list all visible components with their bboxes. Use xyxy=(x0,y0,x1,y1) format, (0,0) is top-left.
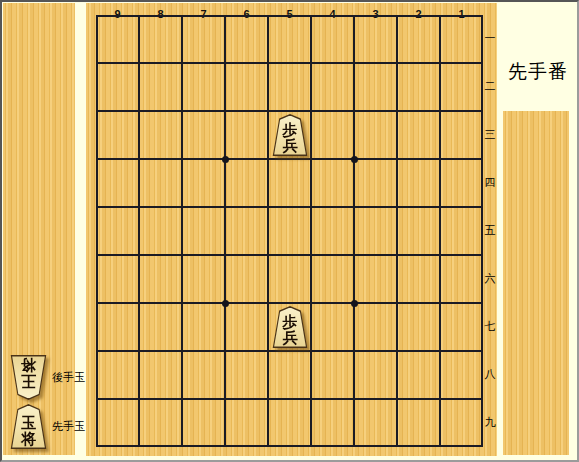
shogi-piece-pawn-53[interactable]: 歩兵 xyxy=(272,114,308,156)
rank-label: 三 xyxy=(483,111,497,159)
star-point xyxy=(222,156,229,163)
grid-line xyxy=(138,17,140,445)
grid-line xyxy=(310,17,312,445)
rank-label: 八 xyxy=(483,351,497,399)
shogi-diagram: 987654321 一二三四五六七八九 歩兵歩兵 先手番 王 将 後手玉 xyxy=(0,0,579,462)
star-point xyxy=(351,300,358,307)
piece-kanji-top: 歩 xyxy=(283,122,298,138)
star-point xyxy=(222,300,229,307)
star-point xyxy=(351,156,358,163)
rank-labels: 一二三四五六七八九 xyxy=(483,15,497,447)
rank-label: 五 xyxy=(483,207,497,255)
grid-line xyxy=(353,17,355,445)
piece-kanji-top: 歩 xyxy=(283,314,298,330)
piece-kanji-bottom: 兵 xyxy=(283,138,298,154)
piece-kanji-bottom: 将 xyxy=(21,357,36,373)
legend-label-gote-king: 後手玉 xyxy=(52,370,85,385)
grid-line xyxy=(98,62,481,64)
rank-label: 六 xyxy=(483,255,497,303)
piece-kanji-bottom: 兵 xyxy=(283,330,298,346)
legend-item-gote-king: 王 将 後手玉 xyxy=(10,355,85,400)
rank-label: 一 xyxy=(483,15,497,63)
rank-label: 四 xyxy=(483,159,497,207)
grid-line xyxy=(267,17,269,445)
right-piece-stand[interactable] xyxy=(503,111,569,455)
grid-line xyxy=(98,110,481,112)
grid-line xyxy=(439,17,441,445)
shogi-board: 987654321 一二三四五六七八九 歩兵歩兵 xyxy=(86,3,497,456)
grid-line xyxy=(396,17,398,445)
grid-line xyxy=(98,158,481,160)
rank-label: 七 xyxy=(483,303,497,351)
rank-label: 九 xyxy=(483,399,497,447)
rank-label: 二 xyxy=(483,63,497,111)
piece-kanji-bottom: 将 xyxy=(21,431,36,447)
sente-king-piece[interactable]: 玉 将 xyxy=(10,404,47,449)
grid-line xyxy=(98,302,481,304)
shogi-piece-pawn-57[interactable]: 歩兵 xyxy=(272,306,308,348)
grid-line xyxy=(224,17,226,445)
grid-line xyxy=(98,206,481,208)
grid-line xyxy=(98,350,481,352)
piece-kanji-top: 王 xyxy=(21,373,36,389)
board-grid[interactable] xyxy=(96,15,483,447)
grid-line xyxy=(98,254,481,256)
legend-item-sente-king: 玉 将 先手玉 xyxy=(10,404,85,449)
grid-line xyxy=(98,398,481,400)
piece-kanji-top: 玉 xyxy=(21,415,36,431)
legend-label-sente-king: 先手玉 xyxy=(52,419,85,434)
grid-line xyxy=(181,17,183,445)
turn-indicator: 先手番 xyxy=(508,59,568,85)
gote-king-piece[interactable]: 王 将 xyxy=(10,355,47,400)
